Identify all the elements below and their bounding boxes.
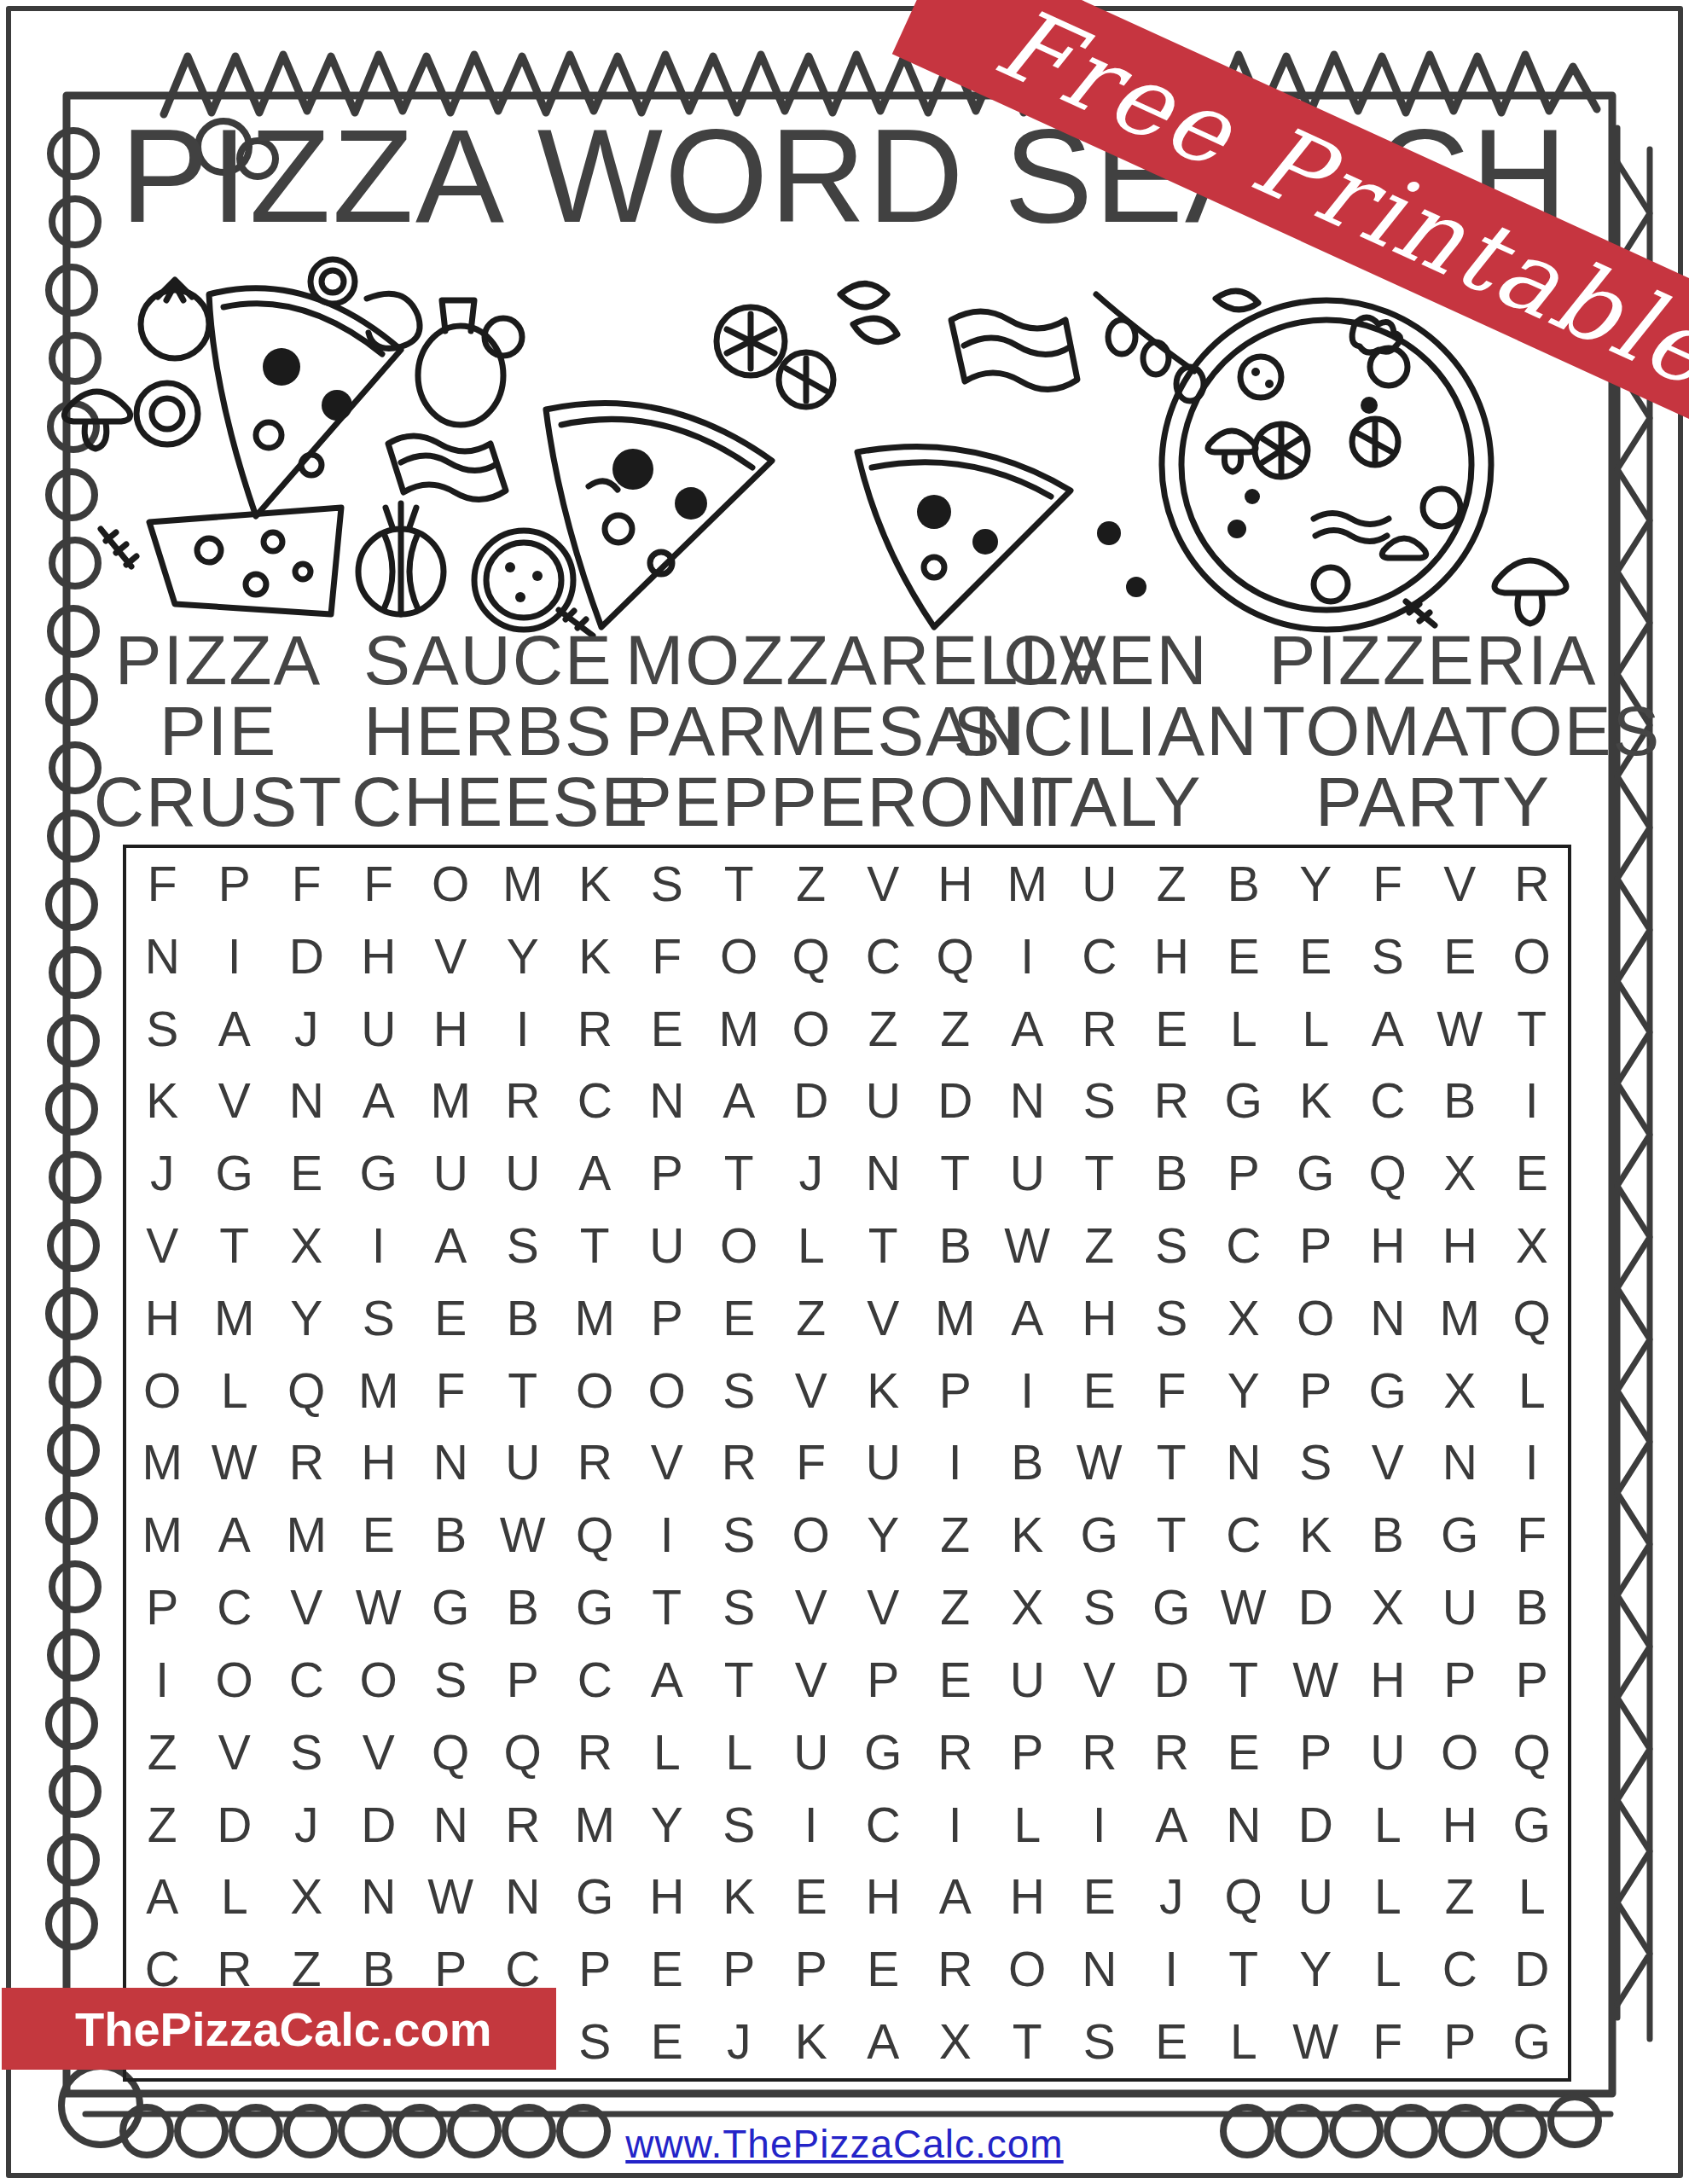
grid-cell[interactable]: J: [126, 1137, 199, 1210]
grid-cell[interactable]: H: [991, 1862, 1064, 1934]
grid-cell[interactable]: A: [1352, 993, 1425, 1066]
grid-cell[interactable]: T: [1064, 1137, 1136, 1210]
grid-cell[interactable]: D: [775, 1065, 848, 1137]
grid-cell[interactable]: V: [775, 1644, 848, 1716]
grid-cell[interactable]: Z: [775, 1282, 848, 1355]
grid-cell[interactable]: R: [1064, 1716, 1136, 1789]
grid-cell[interactable]: A: [559, 1137, 631, 1210]
grid-cell[interactable]: R: [487, 1789, 560, 1862]
grid-cell[interactable]: N: [1064, 1933, 1136, 2006]
grid-cell[interactable]: W: [199, 1427, 271, 1500]
grid-cell[interactable]: V: [847, 1282, 920, 1355]
grid-cell[interactable]: E: [775, 1862, 848, 1934]
grid-cell[interactable]: O: [1496, 921, 1569, 993]
grid-cell[interactable]: S: [703, 1499, 775, 1571]
grid-cell[interactable]: V: [847, 848, 920, 921]
grid-cell[interactable]: E: [1208, 1716, 1280, 1789]
grid-cell[interactable]: T: [920, 1137, 992, 1210]
grid-cell[interactable]: C: [847, 921, 920, 993]
grid-cell[interactable]: L: [1208, 993, 1280, 1066]
grid-cell[interactable]: H: [126, 1282, 199, 1355]
grid-cell[interactable]: Q: [920, 921, 992, 993]
grid-cell[interactable]: D: [343, 1789, 415, 1862]
grid-cell[interactable]: N: [1208, 1789, 1280, 1862]
grid-cell[interactable]: Z: [1064, 1210, 1136, 1282]
grid-cell[interactable]: P: [1280, 1716, 1352, 1789]
grid-cell[interactable]: W: [415, 1862, 487, 1934]
grid-cell[interactable]: U: [991, 1644, 1064, 1716]
grid-cell[interactable]: S: [1135, 1282, 1208, 1355]
grid-cell[interactable]: B: [1208, 848, 1280, 921]
grid-cell[interactable]: L: [631, 1716, 704, 1789]
grid-cell[interactable]: L: [991, 1789, 1064, 1862]
grid-cell[interactable]: U: [1064, 848, 1136, 921]
grid-cell[interactable]: A: [199, 993, 271, 1066]
grid-cell[interactable]: A: [991, 1282, 1064, 1355]
grid-cell[interactable]: M: [991, 848, 1064, 921]
grid-cell[interactable]: G: [415, 1571, 487, 1644]
grid-cell[interactable]: Y: [1280, 1933, 1352, 2006]
grid-cell[interactable]: G: [1280, 1137, 1352, 1210]
grid-cell[interactable]: G: [847, 1716, 920, 1789]
grid-cell[interactable]: Y: [847, 1499, 920, 1571]
grid-cell[interactable]: E: [343, 1499, 415, 1571]
grid-cell[interactable]: W: [1280, 1644, 1352, 1716]
grid-cell[interactable]: P: [631, 1137, 704, 1210]
grid-cell[interactable]: R: [1496, 848, 1569, 921]
grid-cell[interactable]: B: [1424, 1065, 1496, 1137]
grid-cell[interactable]: Z: [1424, 1862, 1496, 1934]
grid-cell[interactable]: S: [1135, 1210, 1208, 1282]
grid-cell[interactable]: A: [415, 1210, 487, 1282]
grid-cell[interactable]: E: [1208, 921, 1280, 993]
grid-cell[interactable]: L: [1280, 993, 1352, 1066]
grid-cell[interactable]: D: [1280, 1571, 1352, 1644]
grid-cell[interactable]: F: [1135, 1355, 1208, 1427]
grid-cell[interactable]: J: [270, 1789, 343, 1862]
grid-cell[interactable]: R: [487, 1065, 560, 1137]
grid-cell[interactable]: I: [775, 1789, 848, 1862]
grid-cell[interactable]: U: [847, 1427, 920, 1500]
grid-cell[interactable]: T: [847, 1210, 920, 1282]
grid-cell[interactable]: H: [415, 993, 487, 1066]
grid-cell[interactable]: L: [199, 1355, 271, 1427]
grid-cell[interactable]: M: [559, 1282, 631, 1355]
grid-cell[interactable]: V: [1424, 848, 1496, 921]
grid-cell[interactable]: D: [920, 1065, 992, 1137]
grid-cell[interactable]: S: [1280, 1427, 1352, 1500]
grid-cell[interactable]: R: [559, 993, 631, 1066]
grid-cell[interactable]: P: [631, 1282, 704, 1355]
grid-cell[interactable]: S: [631, 848, 704, 921]
grid-cell[interactable]: P: [775, 1933, 848, 2006]
grid-cell[interactable]: M: [126, 1499, 199, 1571]
grid-cell[interactable]: J: [775, 1137, 848, 1210]
footer-link[interactable]: www.ThePizzaCalc.com: [625, 2122, 1063, 2166]
grid-cell[interactable]: H: [1424, 1210, 1496, 1282]
grid-cell[interactable]: U: [775, 1716, 848, 1789]
grid-cell[interactable]: F: [775, 1427, 848, 1500]
grid-cell[interactable]: G: [1496, 2006, 1569, 2078]
grid-cell[interactable]: E: [270, 1137, 343, 1210]
grid-cell[interactable]: G: [559, 1571, 631, 1644]
grid-cell[interactable]: L: [199, 1862, 271, 1934]
grid-cell[interactable]: C: [559, 1065, 631, 1137]
grid-cell[interactable]: H: [1352, 1210, 1425, 1282]
grid-cell[interactable]: M: [343, 1355, 415, 1427]
grid-cell[interactable]: D: [1496, 1933, 1569, 2006]
grid-cell[interactable]: U: [1424, 1571, 1496, 1644]
grid-cell[interactable]: M: [415, 1065, 487, 1137]
grid-cell[interactable]: W: [1280, 2006, 1352, 2078]
grid-cell[interactable]: D: [270, 921, 343, 993]
grid-cell[interactable]: B: [1496, 1571, 1569, 1644]
grid-cell[interactable]: V: [775, 1571, 848, 1644]
grid-cell[interactable]: U: [991, 1137, 1064, 1210]
grid-cell[interactable]: Q: [1208, 1862, 1280, 1934]
grid-cell[interactable]: G: [343, 1137, 415, 1210]
grid-cell[interactable]: E: [1064, 1355, 1136, 1427]
grid-cell[interactable]: G: [1496, 1789, 1569, 1862]
grid-cell[interactable]: N: [847, 1137, 920, 1210]
grid-cell[interactable]: K: [559, 921, 631, 993]
grid-cell[interactable]: J: [270, 993, 343, 1066]
grid-cell[interactable]: Q: [1352, 1137, 1425, 1210]
grid-cell[interactable]: R: [270, 1427, 343, 1500]
grid-cell[interactable]: R: [1064, 993, 1136, 1066]
grid-cell[interactable]: Q: [270, 1355, 343, 1427]
grid-cell[interactable]: Q: [1496, 1716, 1569, 1789]
grid-cell[interactable]: K: [1280, 1065, 1352, 1137]
grid-cell[interactable]: O: [703, 1210, 775, 1282]
grid-cell[interactable]: P: [487, 1644, 560, 1716]
grid-cell[interactable]: T: [1135, 1427, 1208, 1500]
grid-cell[interactable]: F: [270, 848, 343, 921]
grid-cell[interactable]: T: [703, 848, 775, 921]
grid-cell[interactable]: R: [559, 1716, 631, 1789]
grid-cell[interactable]: G: [1352, 1355, 1425, 1427]
grid-cell[interactable]: V: [631, 1427, 704, 1500]
grid-cell[interactable]: F: [126, 848, 199, 921]
grid-cell[interactable]: L: [1496, 1862, 1569, 1934]
grid-cell[interactable]: S: [1064, 1065, 1136, 1137]
grid-cell[interactable]: H: [1064, 1282, 1136, 1355]
grid-cell[interactable]: C: [847, 1789, 920, 1862]
grid-cell[interactable]: M: [559, 1789, 631, 1862]
grid-cell[interactable]: X: [1496, 1210, 1569, 1282]
grid-cell[interactable]: I: [126, 1644, 199, 1716]
grid-cell[interactable]: P: [1208, 1137, 1280, 1210]
grid-cell[interactable]: H: [920, 848, 992, 921]
grid-cell[interactable]: P: [920, 1355, 992, 1427]
grid-cell[interactable]: W: [343, 1571, 415, 1644]
grid-cell[interactable]: A: [847, 2006, 920, 2078]
grid-cell[interactable]: O: [775, 993, 848, 1066]
grid-cell[interactable]: T: [1135, 1499, 1208, 1571]
grid-cell[interactable]: S: [559, 2006, 631, 2078]
grid-cell[interactable]: O: [415, 848, 487, 921]
grid-cell[interactable]: S: [415, 1644, 487, 1716]
grid-cell[interactable]: L: [703, 1716, 775, 1789]
grid-cell[interactable]: A: [126, 1862, 199, 1934]
grid-cell[interactable]: B: [1135, 1137, 1208, 1210]
grid-cell[interactable]: O: [991, 1933, 1064, 2006]
grid-cell[interactable]: C: [199, 1571, 271, 1644]
grid-cell[interactable]: N: [991, 1065, 1064, 1137]
grid-cell[interactable]: V: [126, 1210, 199, 1282]
grid-cell[interactable]: G: [1424, 1499, 1496, 1571]
grid-cell[interactable]: W: [1208, 1571, 1280, 1644]
grid-cell[interactable]: X: [1208, 1282, 1280, 1355]
grid-cell[interactable]: U: [847, 1065, 920, 1137]
grid-cell[interactable]: V: [270, 1571, 343, 1644]
grid-cell[interactable]: A: [1135, 1789, 1208, 1862]
grid-cell[interactable]: S: [343, 1282, 415, 1355]
grid-cell[interactable]: I: [487, 993, 560, 1066]
grid-cell[interactable]: B: [487, 1571, 560, 1644]
grid-cell[interactable]: Z: [126, 1716, 199, 1789]
grid-cell[interactable]: F: [343, 848, 415, 921]
grid-cell[interactable]: E: [1424, 921, 1496, 993]
grid-cell[interactable]: S: [270, 1716, 343, 1789]
grid-cell[interactable]: J: [703, 2006, 775, 2078]
grid-cell[interactable]: H: [1135, 921, 1208, 993]
grid-cell[interactable]: D: [1135, 1644, 1208, 1716]
grid-cell[interactable]: T: [703, 1137, 775, 1210]
grid-cell[interactable]: N: [1208, 1427, 1280, 1500]
grid-cell[interactable]: O: [126, 1355, 199, 1427]
grid-cell[interactable]: U: [487, 1137, 560, 1210]
grid-cell[interactable]: M: [199, 1282, 271, 1355]
grid-cell[interactable]: F: [1352, 848, 1425, 921]
grid-cell[interactable]: R: [920, 1716, 992, 1789]
grid-cell[interactable]: U: [1280, 1862, 1352, 1934]
grid-cell[interactable]: R: [703, 1427, 775, 1500]
grid-cell[interactable]: Z: [847, 993, 920, 1066]
grid-cell[interactable]: M: [270, 1499, 343, 1571]
grid-cell[interactable]: B: [415, 1499, 487, 1571]
grid-cell[interactable]: H: [343, 1427, 415, 1500]
grid-cell[interactable]: N: [343, 1862, 415, 1934]
grid-cell[interactable]: Q: [775, 921, 848, 993]
grid-cell[interactable]: M: [1424, 1282, 1496, 1355]
grid-cell[interactable]: P: [1424, 1644, 1496, 1716]
grid-cell[interactable]: N: [415, 1789, 487, 1862]
grid-cell[interactable]: H: [1424, 1789, 1496, 1862]
grid-cell[interactable]: G: [199, 1137, 271, 1210]
grid-cell[interactable]: I: [920, 1427, 992, 1500]
grid-cell[interactable]: X: [270, 1210, 343, 1282]
grid-cell[interactable]: T: [991, 2006, 1064, 2078]
grid-cell[interactable]: X: [920, 2006, 992, 2078]
grid-cell[interactable]: R: [1135, 1716, 1208, 1789]
grid-cell[interactable]: M: [703, 993, 775, 1066]
grid-cell[interactable]: Z: [920, 993, 992, 1066]
grid-cell[interactable]: I: [1496, 1065, 1569, 1137]
grid-cell[interactable]: L: [1496, 1355, 1569, 1427]
grid-cell[interactable]: O: [1424, 1716, 1496, 1789]
grid-cell[interactable]: E: [631, 2006, 704, 2078]
grid-cell[interactable]: H: [847, 1862, 920, 1934]
grid-cell[interactable]: E: [847, 1933, 920, 2006]
grid-cell[interactable]: F: [1352, 2006, 1425, 2078]
grid-cell[interactable]: P: [559, 1933, 631, 2006]
grid-cell[interactable]: P: [703, 1933, 775, 2006]
grid-cell[interactable]: Z: [1135, 848, 1208, 921]
grid-cell[interactable]: Y: [270, 1282, 343, 1355]
grid-cell[interactable]: O: [199, 1644, 271, 1716]
grid-cell[interactable]: A: [920, 1862, 992, 1934]
grid-cell[interactable]: V: [775, 1355, 848, 1427]
grid-cell[interactable]: A: [631, 1644, 704, 1716]
grid-cell[interactable]: H: [1352, 1644, 1425, 1716]
grid-cell[interactable]: W: [487, 1499, 560, 1571]
grid-cell[interactable]: D: [1280, 1789, 1352, 1862]
grid-cell[interactable]: E: [1496, 1137, 1569, 1210]
grid-cell[interactable]: C: [1208, 1499, 1280, 1571]
grid-cell[interactable]: V: [1064, 1644, 1136, 1716]
grid-cell[interactable]: N: [415, 1427, 487, 1500]
grid-cell[interactable]: C: [270, 1644, 343, 1716]
grid-cell[interactable]: C: [1352, 1065, 1425, 1137]
grid-cell[interactable]: P: [1280, 1210, 1352, 1282]
grid-cell[interactable]: H: [631, 1862, 704, 1934]
grid-cell[interactable]: K: [1280, 1499, 1352, 1571]
grid-cell[interactable]: L: [1352, 1789, 1425, 1862]
grid-cell[interactable]: T: [559, 1210, 631, 1282]
grid-cell[interactable]: B: [1352, 1499, 1425, 1571]
grid-cell[interactable]: Z: [126, 1789, 199, 1862]
grid-cell[interactable]: G: [1135, 1571, 1208, 1644]
grid-cell[interactable]: V: [415, 921, 487, 993]
grid-cell[interactable]: K: [847, 1355, 920, 1427]
grid-cell[interactable]: X: [1424, 1137, 1496, 1210]
grid-cell[interactable]: U: [1352, 1716, 1425, 1789]
grid-cell[interactable]: I: [991, 921, 1064, 993]
grid-cell[interactable]: P: [1496, 1644, 1569, 1716]
grid-cell[interactable]: X: [1352, 1571, 1425, 1644]
grid-cell[interactable]: T: [1208, 1933, 1280, 2006]
grid-cell[interactable]: S: [126, 993, 199, 1066]
grid-cell[interactable]: C: [559, 1644, 631, 1716]
grid-cell[interactable]: E: [631, 1933, 704, 2006]
grid-cell[interactable]: Y: [1208, 1355, 1280, 1427]
grid-cell[interactable]: Z: [920, 1571, 992, 1644]
grid-cell[interactable]: D: [199, 1789, 271, 1862]
grid-cell[interactable]: I: [1135, 1933, 1208, 2006]
grid-cell[interactable]: O: [1280, 1282, 1352, 1355]
grid-cell[interactable]: G: [559, 1862, 631, 1934]
grid-cell[interactable]: S: [703, 1355, 775, 1427]
grid-cell[interactable]: L: [1352, 1862, 1425, 1934]
grid-cell[interactable]: S: [1064, 2006, 1136, 2078]
grid-cell[interactable]: V: [199, 1065, 271, 1137]
grid-cell[interactable]: V: [199, 1716, 271, 1789]
grid-cell[interactable]: X: [270, 1862, 343, 1934]
grid-cell[interactable]: O: [559, 1355, 631, 1427]
grid-cell[interactable]: Y: [487, 921, 560, 993]
grid-cell[interactable]: P: [847, 1644, 920, 1716]
grid-cell[interactable]: A: [343, 1065, 415, 1137]
grid-cell[interactable]: Q: [415, 1716, 487, 1789]
grid-cell[interactable]: U: [487, 1427, 560, 1500]
grid-cell[interactable]: N: [126, 921, 199, 993]
grid-cell[interactable]: Q: [559, 1499, 631, 1571]
grid-cell[interactable]: W: [1424, 993, 1496, 1066]
grid-cell[interactable]: Q: [487, 1716, 560, 1789]
grid-cell[interactable]: I: [1064, 1789, 1136, 1862]
grid-cell[interactable]: S: [1352, 921, 1425, 993]
grid-cell[interactable]: O: [631, 1355, 704, 1427]
grid-cell[interactable]: O: [343, 1644, 415, 1716]
grid-cell[interactable]: S: [703, 1571, 775, 1644]
grid-cell[interactable]: I: [920, 1789, 992, 1862]
grid-cell[interactable]: Q: [1496, 1282, 1569, 1355]
grid-cell[interactable]: F: [1496, 1499, 1569, 1571]
grid-cell[interactable]: N: [631, 1065, 704, 1137]
grid-cell[interactable]: K: [775, 2006, 848, 2078]
grid-cell[interactable]: C: [1424, 1933, 1496, 2006]
grid-cell[interactable]: T: [1496, 993, 1569, 1066]
grid-cell[interactable]: B: [487, 1282, 560, 1355]
grid-cell[interactable]: E: [1135, 993, 1208, 1066]
grid-cell[interactable]: T: [487, 1355, 560, 1427]
grid-cell[interactable]: E: [703, 1282, 775, 1355]
grid-cell[interactable]: G: [1064, 1499, 1136, 1571]
grid-cell[interactable]: F: [631, 921, 704, 993]
grid-cell[interactable]: F: [415, 1355, 487, 1427]
grid-cell[interactable]: M: [920, 1282, 992, 1355]
grid-cell[interactable]: U: [343, 993, 415, 1066]
grid-cell[interactable]: T: [199, 1210, 271, 1282]
grid-cell[interactable]: P: [1280, 1355, 1352, 1427]
grid-cell[interactable]: V: [343, 1716, 415, 1789]
grid-cell[interactable]: N: [1352, 1282, 1425, 1355]
grid-cell[interactable]: R: [559, 1427, 631, 1500]
grid-cell[interactable]: C: [1064, 921, 1136, 993]
grid-cell[interactable]: N: [487, 1862, 560, 1934]
grid-cell[interactable]: E: [1280, 921, 1352, 993]
grid-cell[interactable]: M: [487, 848, 560, 921]
grid-cell[interactable]: W: [1064, 1427, 1136, 1500]
grid-cell[interactable]: P: [991, 1716, 1064, 1789]
grid-cell[interactable]: A: [703, 1065, 775, 1137]
grid-cell[interactable]: Z: [775, 848, 848, 921]
grid-cell[interactable]: K: [991, 1499, 1064, 1571]
grid-cell[interactable]: L: [1208, 2006, 1280, 2078]
grid-cell[interactable]: L: [1352, 1933, 1425, 2006]
grid-cell[interactable]: U: [631, 1210, 704, 1282]
grid-cell[interactable]: A: [199, 1499, 271, 1571]
grid-cell[interactable]: H: [343, 921, 415, 993]
grid-cell[interactable]: K: [559, 848, 631, 921]
grid-cell[interactable]: U: [415, 1137, 487, 1210]
grid-cell[interactable]: V: [847, 1571, 920, 1644]
grid-cell[interactable]: X: [991, 1571, 1064, 1644]
grid-cell[interactable]: O: [775, 1499, 848, 1571]
grid-cell[interactable]: B: [920, 1210, 992, 1282]
grid-cell[interactable]: X: [1424, 1355, 1496, 1427]
grid-cell[interactable]: I: [631, 1499, 704, 1571]
grid-cell[interactable]: R: [1135, 1065, 1208, 1137]
grid-cell[interactable]: S: [703, 1789, 775, 1862]
grid-cell[interactable]: B: [991, 1427, 1064, 1500]
grid-cell[interactable]: C: [1208, 1210, 1280, 1282]
grid-cell[interactable]: P: [1424, 2006, 1496, 2078]
grid-cell[interactable]: K: [703, 1862, 775, 1934]
grid-cell[interactable]: E: [1135, 2006, 1208, 2078]
grid-cell[interactable]: A: [991, 993, 1064, 1066]
